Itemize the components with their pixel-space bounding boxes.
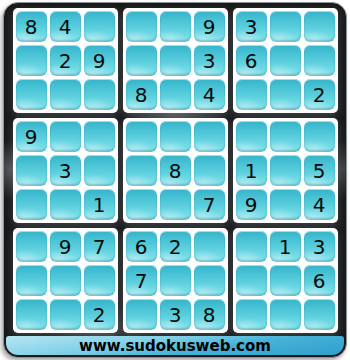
cell-r2c3: 9 [84,45,115,76]
cell-r6c7: 9 [236,189,267,220]
cell-r3c7[interactable] [236,79,267,110]
cell-r1c2: 4 [50,11,81,42]
cell-r9c1[interactable] [16,299,47,330]
cell-r8c6[interactable] [194,265,225,296]
cell-r8c3[interactable] [84,265,115,296]
cell-r5c4[interactable] [126,155,157,186]
cell-r3c2[interactable] [50,79,81,110]
cell-r6c1[interactable] [16,189,47,220]
cell-r8c9: 6 [304,265,335,296]
cell-r5c3[interactable] [84,155,115,186]
cell-r6c4[interactable] [126,189,157,220]
cell-r9c7[interactable] [236,299,267,330]
cell-r7c8: 1 [270,231,301,262]
cell-r9c8[interactable] [270,299,301,330]
cell-r1c3[interactable] [84,11,115,42]
cell-r1c4[interactable] [126,11,157,42]
cell-r5c8[interactable] [270,155,301,186]
cell-r9c4[interactable] [126,299,157,330]
cell-r8c4: 7 [126,265,157,296]
cell-r9c9[interactable] [304,299,335,330]
cell-r3c4: 8 [126,79,157,110]
cell-r2c8[interactable] [270,45,301,76]
cell-r5c9: 5 [304,155,335,186]
cell-r1c5[interactable] [160,11,191,42]
cell-r9c6: 8 [194,299,225,330]
cell-r7c6[interactable] [194,231,225,262]
box-2-2: 87 [123,118,228,223]
cell-r9c2[interactable] [50,299,81,330]
cell-r8c2[interactable] [50,265,81,296]
cell-r7c2: 9 [50,231,81,262]
cell-r6c2[interactable] [50,189,81,220]
cell-r2c7: 6 [236,45,267,76]
cell-r6c5[interactable] [160,189,191,220]
cell-r2c2: 2 [50,45,81,76]
cell-r4c2[interactable] [50,121,81,152]
cell-r7c9: 3 [304,231,335,262]
cell-r7c3: 7 [84,231,115,262]
cell-r9c5: 3 [160,299,191,330]
cell-r9c3: 2 [84,299,115,330]
cell-r2c9[interactable] [304,45,335,76]
cell-r7c7[interactable] [236,231,267,262]
box-3-1: 972 [13,228,118,333]
website-link[interactable]: www.sudokusweb.com [79,337,271,355]
box-3-2: 62738 [123,228,228,333]
cell-r5c7: 1 [236,155,267,186]
cell-r6c8[interactable] [270,189,301,220]
cell-r2c1[interactable] [16,45,47,76]
cell-r3c5[interactable] [160,79,191,110]
cell-r4c9[interactable] [304,121,335,152]
box-3-3: 136 [233,228,338,333]
box-1-1: 8429 [13,8,118,113]
cell-r4c3[interactable] [84,121,115,152]
cell-r7c4: 6 [126,231,157,262]
cell-r3c6: 4 [194,79,225,110]
cell-r1c9[interactable] [304,11,335,42]
cell-r6c9: 4 [304,189,335,220]
sudoku-grid: 8429938436293187159497262738136 [13,8,338,333]
cell-r1c6: 9 [194,11,225,42]
cell-r7c1[interactable] [16,231,47,262]
cell-r8c1[interactable] [16,265,47,296]
box-1-2: 9384 [123,8,228,113]
cell-r3c1[interactable] [16,79,47,110]
cell-r8c7[interactable] [236,265,267,296]
box-1-3: 362 [233,8,338,113]
cell-r2c4[interactable] [126,45,157,76]
cell-r4c7[interactable] [236,121,267,152]
cell-r4c8[interactable] [270,121,301,152]
box-2-3: 1594 [233,118,338,223]
cell-r6c3: 1 [84,189,115,220]
cell-r3c3[interactable] [84,79,115,110]
box-2-1: 931 [13,118,118,223]
cell-r3c9: 2 [304,79,335,110]
board-frame: 8429938436293187159497262738136 www.sudo… [3,2,347,358]
cell-r1c1: 8 [16,11,47,42]
cell-r7c5: 2 [160,231,191,262]
cell-r4c5[interactable] [160,121,191,152]
cell-r1c7: 3 [236,11,267,42]
cell-r8c5[interactable] [160,265,191,296]
cell-r4c4[interactable] [126,121,157,152]
cell-r4c1: 9 [16,121,47,152]
footer-bar: www.sudokusweb.com [6,336,344,355]
cell-r5c6[interactable] [194,155,225,186]
cell-r5c2: 3 [50,155,81,186]
cell-r2c6: 3 [194,45,225,76]
cell-r1c8[interactable] [270,11,301,42]
cell-r4c6[interactable] [194,121,225,152]
cell-r8c8[interactable] [270,265,301,296]
cell-r3c8[interactable] [270,79,301,110]
cell-r5c5: 8 [160,155,191,186]
cell-r6c6: 7 [194,189,225,220]
cell-r5c1[interactable] [16,155,47,186]
cell-r2c5[interactable] [160,45,191,76]
